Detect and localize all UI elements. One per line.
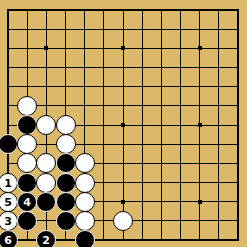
go-board-diagram[interactable]: 154362 bbox=[0, 0, 247, 247]
move-number-label: 2 bbox=[42, 235, 50, 246]
white-stone[interactable] bbox=[17, 153, 37, 173]
star-point bbox=[198, 200, 202, 204]
grid-line-horizontal bbox=[7, 144, 239, 145]
move-number-label: 4 bbox=[23, 197, 31, 208]
white-stone[interactable] bbox=[36, 115, 56, 135]
black-stone[interactable] bbox=[75, 230, 95, 247]
black-stone[interactable]: 2 bbox=[36, 230, 56, 247]
black-stone[interactable] bbox=[17, 115, 37, 135]
star-point bbox=[198, 46, 202, 50]
white-stone[interactable]: 3 bbox=[0, 211, 18, 231]
black-stone[interactable] bbox=[56, 173, 76, 193]
white-stone[interactable] bbox=[75, 211, 95, 231]
white-stone[interactable] bbox=[75, 153, 95, 173]
star-point bbox=[121, 200, 125, 204]
star-point bbox=[121, 123, 125, 127]
grid-line-vertical bbox=[142, 9, 143, 241]
move-number-label: 5 bbox=[4, 197, 12, 208]
black-stone[interactable] bbox=[56, 153, 76, 173]
white-stone[interactable] bbox=[17, 134, 37, 154]
white-stone[interactable] bbox=[56, 115, 76, 135]
white-stone[interactable]: 1 bbox=[0, 173, 18, 193]
black-stone[interactable]: 6 bbox=[0, 230, 18, 247]
star-point bbox=[198, 123, 202, 127]
white-stone[interactable]: 5 bbox=[0, 192, 18, 212]
grid-line-vertical bbox=[237, 9, 239, 241]
move-number-label: 1 bbox=[4, 178, 12, 189]
star-point bbox=[121, 46, 125, 50]
star-point bbox=[44, 46, 48, 50]
black-stone[interactable] bbox=[17, 173, 37, 193]
black-stone[interactable]: 4 bbox=[17, 192, 37, 212]
black-stone[interactable] bbox=[36, 192, 56, 212]
white-stone[interactable] bbox=[113, 211, 133, 231]
black-stone[interactable] bbox=[56, 211, 76, 231]
black-stone[interactable] bbox=[17, 211, 37, 231]
black-stone[interactable] bbox=[0, 134, 18, 154]
grid-line-vertical bbox=[161, 9, 162, 241]
grid-line-vertical bbox=[180, 9, 181, 241]
grid-line-vertical bbox=[218, 9, 219, 241]
move-number-label: 6 bbox=[4, 235, 12, 246]
white-stone[interactable] bbox=[56, 134, 76, 154]
white-stone[interactable] bbox=[75, 173, 95, 193]
white-stone[interactable] bbox=[75, 192, 95, 212]
move-number-label: 3 bbox=[4, 216, 12, 227]
white-stone[interactable] bbox=[17, 96, 37, 116]
white-stone[interactable] bbox=[36, 173, 56, 193]
white-stone[interactable] bbox=[36, 153, 56, 173]
black-stone[interactable] bbox=[56, 192, 76, 212]
